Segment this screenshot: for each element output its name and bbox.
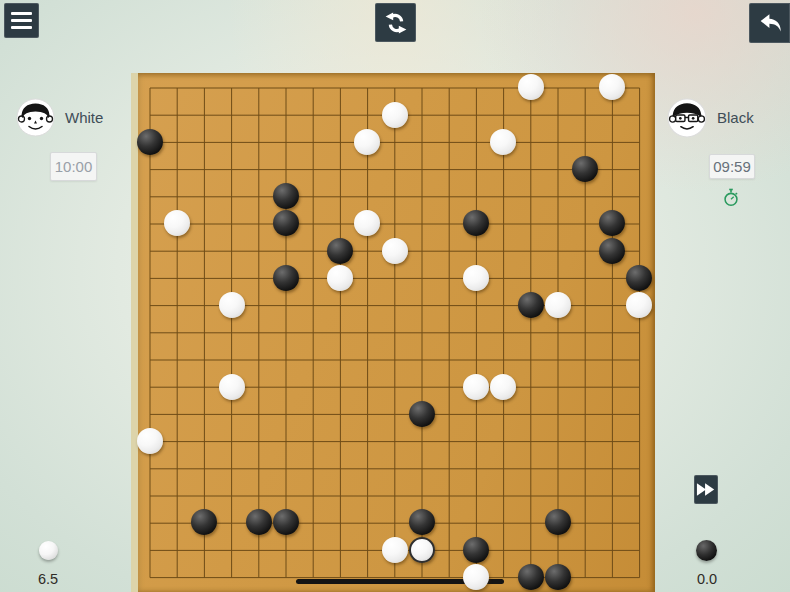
stone-white: [409, 537, 435, 563]
app-root: White 10:00 Black 09:59 6.5 0.0: [0, 0, 790, 592]
stone-black: [626, 265, 652, 291]
stone-black: [599, 238, 625, 264]
stone-white: [164, 210, 190, 236]
stone-black: [137, 129, 163, 155]
stone-white: [463, 374, 489, 400]
stone-white: [463, 265, 489, 291]
white-score: 6.5: [32, 571, 64, 587]
stone-white: [219, 292, 245, 318]
fast-forward-button[interactable]: [694, 475, 718, 504]
stone-white: [382, 238, 408, 264]
stone-black: [409, 509, 435, 535]
stone-black: [273, 265, 299, 291]
stone-white: [463, 564, 489, 590]
stone-black: [409, 401, 435, 427]
stone-black: [518, 564, 544, 590]
stone-white: [518, 74, 544, 100]
board-stones: [136, 74, 653, 591]
stone-black: [545, 509, 571, 535]
hamburger-menu-icon: [11, 12, 32, 29]
stone-black: [191, 509, 217, 535]
white-clock: 10:00: [50, 152, 97, 181]
black-avatar: [667, 98, 707, 138]
black-stone-icon: [696, 540, 717, 561]
white-player-name: White: [65, 109, 103, 126]
undo-button[interactable]: [749, 3, 790, 43]
stone-white: [382, 102, 408, 128]
white-stone-icon: [39, 541, 58, 560]
stone-black: [273, 509, 299, 535]
go-board[interactable]: [131, 73, 655, 592]
stopwatch-icon: [722, 188, 740, 207]
undo-icon: [756, 9, 784, 37]
stone-black: [572, 156, 598, 182]
stone-black: [463, 210, 489, 236]
black-clock: 09:59: [709, 154, 755, 179]
stone-black: [246, 509, 272, 535]
fast-forward-icon: [696, 481, 716, 498]
stone-white: [626, 292, 652, 318]
stone-white: [354, 129, 380, 155]
stone-white: [327, 265, 353, 291]
stone-black: [599, 210, 625, 236]
stone-white: [382, 537, 408, 563]
stone-black: [463, 537, 489, 563]
sync-icon: [383, 10, 409, 36]
black-player-name: Black: [717, 109, 754, 126]
stone-white: [354, 210, 380, 236]
sync-button[interactable]: [375, 3, 416, 42]
stone-white: [599, 74, 625, 100]
stone-black: [273, 210, 299, 236]
stone-white: [490, 129, 516, 155]
stone-white: [490, 374, 516, 400]
menu-button[interactable]: [4, 3, 39, 38]
white-avatar: [16, 98, 55, 137]
stone-white: [137, 428, 163, 454]
stone-white: [219, 374, 245, 400]
stone-black: [327, 238, 353, 264]
black-score: 0.0: [691, 571, 723, 587]
stone-white: [545, 292, 571, 318]
stone-black: [518, 292, 544, 318]
stone-black: [273, 183, 299, 209]
stone-black: [545, 564, 571, 590]
